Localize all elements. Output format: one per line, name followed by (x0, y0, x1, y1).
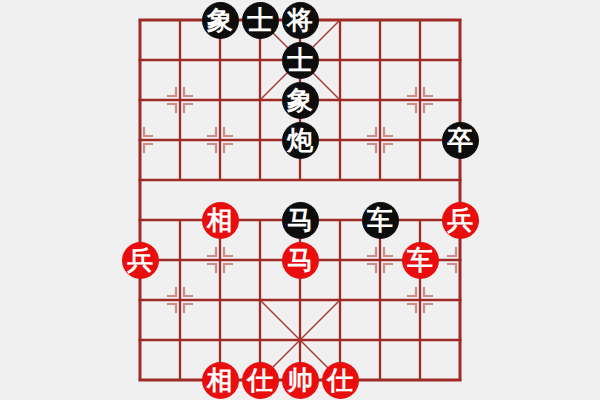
piece-red-horse[interactable]: 马 (282, 242, 319, 279)
piece-red-soldier[interactable]: 兵 (442, 202, 479, 239)
piece-black-soldier[interactable]: 卒 (442, 122, 479, 159)
xiangqi-board: 象士将士象炮卒相马车兵兵马车相仕帅仕 (0, 0, 600, 400)
piece-black-advisor[interactable]: 士 (242, 2, 279, 39)
piece-red-elephant[interactable]: 相 (202, 362, 239, 399)
piece-black-elephant[interactable]: 象 (282, 82, 319, 119)
piece-black-horse[interactable]: 马 (282, 202, 319, 239)
piece-black-elephant[interactable]: 象 (202, 2, 239, 39)
piece-red-elephant[interactable]: 相 (202, 202, 239, 239)
piece-black-general[interactable]: 将 (282, 2, 319, 39)
piece-red-chariot[interactable]: 车 (402, 242, 439, 279)
piece-red-advisor[interactable]: 仕 (322, 362, 359, 399)
pieces-layer: 象士将士象炮卒相马车兵兵马车相仕帅仕 (0, 0, 600, 400)
piece-black-advisor[interactable]: 士 (282, 42, 319, 79)
piece-red-advisor[interactable]: 仕 (242, 362, 279, 399)
piece-red-soldier[interactable]: 兵 (122, 242, 159, 279)
piece-red-king[interactable]: 帅 (282, 362, 319, 399)
piece-black-cannon[interactable]: 炮 (282, 122, 319, 159)
piece-black-chariot[interactable]: 车 (362, 202, 399, 239)
